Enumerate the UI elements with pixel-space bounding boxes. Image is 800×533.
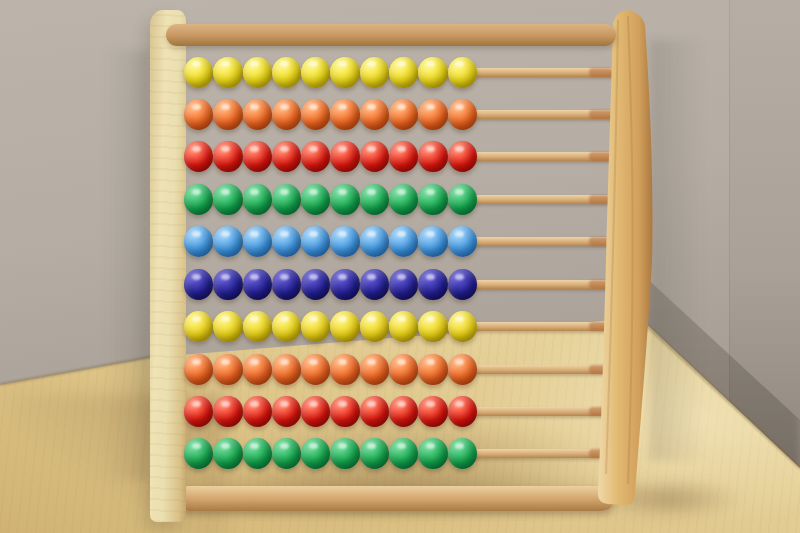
bead-highlight — [221, 443, 230, 449]
bead-red-r9-c6[interactable] — [330, 396, 359, 427]
bead-row-6 — [184, 269, 477, 300]
bead-orange-r2-c1[interactable] — [184, 99, 213, 130]
bead-highlight — [192, 61, 201, 67]
bead-yellow-r1-c3[interactable] — [243, 57, 272, 88]
bead-green-r4-c8[interactable] — [389, 184, 418, 215]
bead-green-r10-c6[interactable] — [330, 438, 359, 469]
bead-orange-r2-c6[interactable] — [330, 99, 359, 130]
bead-highlight — [455, 231, 464, 237]
bead-highlight — [280, 61, 289, 67]
bead-highlight — [309, 189, 318, 195]
bead-highlight — [250, 401, 259, 407]
bead-highlight — [309, 146, 318, 152]
bead-highlight — [192, 104, 201, 110]
bead-highlight — [221, 231, 230, 237]
bead-red-r3-c7[interactable] — [360, 141, 389, 172]
bead-highlight — [280, 359, 289, 365]
bead-highlight — [309, 61, 318, 67]
bead-yellow-r7-c8[interactable] — [389, 311, 418, 342]
bead-highlight — [338, 104, 347, 110]
bead-highlight — [397, 401, 406, 407]
bead-red-r3-c3[interactable] — [243, 141, 272, 172]
bead-highlight — [338, 61, 347, 67]
bead-highlight — [367, 231, 376, 237]
bead-highlight — [426, 443, 435, 449]
bead-green-r4-c10[interactable] — [448, 184, 477, 215]
bead-highlight — [309, 231, 318, 237]
bead-highlight — [426, 146, 435, 152]
bead-row-8 — [184, 354, 477, 385]
left-post — [150, 10, 186, 522]
bead-navy-r6-c4[interactable] — [272, 269, 301, 300]
bead-orange-r2-c2[interactable] — [213, 99, 242, 130]
bead-highlight — [192, 401, 201, 407]
bead-orange-r8-c7[interactable] — [360, 354, 389, 385]
bead-yellow-r7-c6[interactable] — [330, 311, 359, 342]
bead-highlight — [397, 189, 406, 195]
bead-row-7 — [184, 311, 477, 342]
bead-highlight — [455, 274, 464, 280]
bead-red-r9-c5[interactable] — [301, 396, 330, 427]
bead-yellow-r1-c6[interactable] — [330, 57, 359, 88]
bead-blue-r5-c4[interactable] — [272, 226, 301, 257]
bead-yellow-r7-c2[interactable] — [213, 311, 242, 342]
abacus-frame — [0, 0, 800, 533]
top-crossbar — [166, 24, 616, 46]
bead-highlight — [280, 146, 289, 152]
bead-highlight — [250, 443, 259, 449]
bead-highlight — [338, 359, 347, 365]
bead-green-r10-c9[interactable] — [418, 438, 447, 469]
right-post — [588, 4, 660, 512]
bead-highlight — [250, 231, 259, 237]
bead-highlight — [397, 443, 406, 449]
bead-highlight — [250, 274, 259, 280]
bead-row-4 — [184, 184, 477, 215]
bead-highlight — [367, 359, 376, 365]
bead-highlight — [367, 146, 376, 152]
bead-highlight — [367, 104, 376, 110]
bead-highlight — [397, 359, 406, 365]
bead-highlight — [455, 359, 464, 365]
bead-red-r3-c8[interactable] — [389, 141, 418, 172]
bead-blue-r5-c7[interactable] — [360, 226, 389, 257]
bead-highlight — [367, 401, 376, 407]
bead-highlight — [426, 274, 435, 280]
bead-navy-r6-c3[interactable] — [243, 269, 272, 300]
bead-highlight — [192, 231, 201, 237]
bead-blue-r5-c2[interactable] — [213, 226, 242, 257]
bead-green-r10-c1[interactable] — [184, 438, 213, 469]
bead-highlight — [250, 316, 259, 322]
bead-highlight — [397, 104, 406, 110]
bead-yellow-r1-c5[interactable] — [301, 57, 330, 88]
bead-highlight — [250, 146, 259, 152]
bead-yellow-r1-c2[interactable] — [213, 57, 242, 88]
bead-orange-r8-c9[interactable] — [418, 354, 447, 385]
bead-highlight — [221, 359, 230, 365]
bead-highlight — [426, 316, 435, 322]
bead-highlight — [309, 274, 318, 280]
bead-highlight — [367, 443, 376, 449]
bead-navy-r6-c1[interactable] — [184, 269, 213, 300]
bead-green-r4-c3[interactable] — [243, 184, 272, 215]
bead-green-r10-c7[interactable] — [360, 438, 389, 469]
bead-row-10 — [184, 438, 477, 469]
bead-highlight — [221, 104, 230, 110]
bead-highlight — [397, 316, 406, 322]
scene — [0, 0, 800, 533]
bead-highlight — [221, 189, 230, 195]
bead-highlight — [192, 359, 201, 365]
bead-orange-r8-c2[interactable] — [213, 354, 242, 385]
bead-yellow-r7-c10[interactable] — [448, 311, 477, 342]
bead-navy-r6-c2[interactable] — [213, 269, 242, 300]
bead-highlight — [192, 146, 201, 152]
bead-highlight — [397, 274, 406, 280]
bead-orange-r2-c8[interactable] — [389, 99, 418, 130]
bead-green-r10-c2[interactable] — [213, 438, 242, 469]
bead-highlight — [397, 231, 406, 237]
bead-highlight — [192, 274, 201, 280]
bead-green-r10-c8[interactable] — [389, 438, 418, 469]
bead-yellow-r1-c1[interactable] — [184, 57, 213, 88]
bead-yellow-r7-c7[interactable] — [360, 311, 389, 342]
bead-red-r9-c9[interactable] — [418, 396, 447, 427]
bead-highlight — [397, 146, 406, 152]
bead-red-r9-c8[interactable] — [389, 396, 418, 427]
bead-yellow-r7-c1[interactable] — [184, 311, 213, 342]
bead-red-r9-c4[interactable] — [272, 396, 301, 427]
bead-red-r9-c2[interactable] — [213, 396, 242, 427]
bottom-crossbar — [177, 486, 614, 511]
bead-highlight — [221, 401, 230, 407]
bead-green-r4-c7[interactable] — [360, 184, 389, 215]
bead-orange-r2-c10[interactable] — [448, 99, 477, 130]
bead-orange-r8-c10[interactable] — [448, 354, 477, 385]
bead-highlight — [192, 189, 201, 195]
bead-red-r3-c4[interactable] — [272, 141, 301, 172]
bead-blue-r5-c3[interactable] — [243, 226, 272, 257]
bead-yellow-r1-c7[interactable] — [360, 57, 389, 88]
bead-highlight — [455, 316, 464, 322]
bead-red-r3-c10[interactable] — [448, 141, 477, 172]
bead-orange-r8-c5[interactable] — [301, 354, 330, 385]
bead-row-2 — [184, 99, 477, 130]
bead-blue-r5-c9[interactable] — [418, 226, 447, 257]
bead-red-r9-c7[interactable] — [360, 396, 389, 427]
bead-yellow-r7-c9[interactable] — [418, 311, 447, 342]
bead-highlight — [309, 359, 318, 365]
bead-orange-r2-c5[interactable] — [301, 99, 330, 130]
bead-green-r10-c4[interactable] — [272, 438, 301, 469]
bead-green-r10-c3[interactable] — [243, 438, 272, 469]
bead-orange-r8-c8[interactable] — [389, 354, 418, 385]
bead-highlight — [250, 104, 259, 110]
bead-yellow-r7-c3[interactable] — [243, 311, 272, 342]
bead-green-r4-c9[interactable] — [418, 184, 447, 215]
bead-highlight — [367, 61, 376, 67]
bead-row-1 — [184, 57, 477, 88]
bead-red-r3-c6[interactable] — [330, 141, 359, 172]
bead-highlight — [426, 189, 435, 195]
bead-highlight — [426, 231, 435, 237]
bead-yellow-r7-c5[interactable] — [301, 311, 330, 342]
bead-navy-r6-c5[interactable] — [301, 269, 330, 300]
bead-highlight — [221, 61, 230, 67]
bead-highlight — [280, 231, 289, 237]
bead-red-r3-c9[interactable] — [418, 141, 447, 172]
bead-row-3 — [184, 141, 477, 172]
bead-row-5 — [184, 226, 477, 257]
bead-blue-r5-c5[interactable] — [301, 226, 330, 257]
bead-highlight — [192, 316, 201, 322]
bead-red-r3-c5[interactable] — [301, 141, 330, 172]
bead-highlight — [338, 274, 347, 280]
bead-highlight — [338, 231, 347, 237]
bead-green-r10-c10[interactable] — [448, 438, 477, 469]
abacus-rods-and-beads — [0, 0, 800, 533]
bead-highlight — [367, 274, 376, 280]
bead-green-r4-c4[interactable] — [272, 184, 301, 215]
bead-highlight — [221, 274, 230, 280]
bead-highlight — [280, 104, 289, 110]
bead-yellow-r1-c4[interactable] — [272, 57, 301, 88]
bead-highlight — [280, 443, 289, 449]
bead-orange-r8-c3[interactable] — [243, 354, 272, 385]
bead-yellow-r1-c9[interactable] — [418, 57, 447, 88]
bead-highlight — [426, 359, 435, 365]
bead-orange-r8-c4[interactable] — [272, 354, 301, 385]
bead-highlight — [455, 104, 464, 110]
bead-row-9 — [184, 396, 477, 427]
bead-green-r10-c5[interactable] — [301, 438, 330, 469]
bead-highlight — [367, 189, 376, 195]
bead-highlight — [221, 146, 230, 152]
bead-orange-r2-c7[interactable] — [360, 99, 389, 130]
bead-highlight — [221, 316, 230, 322]
bead-highlight — [338, 146, 347, 152]
bead-blue-r5-c8[interactable] — [389, 226, 418, 257]
bead-red-r9-c1[interactable] — [184, 396, 213, 427]
bead-highlight — [250, 359, 259, 365]
bead-red-r9-c10[interactable] — [448, 396, 477, 427]
bead-navy-r6-c6[interactable] — [330, 269, 359, 300]
bead-green-r4-c5[interactable] — [301, 184, 330, 215]
bead-highlight — [250, 61, 259, 67]
bead-orange-r8-c6[interactable] — [330, 354, 359, 385]
bead-green-r4-c2[interactable] — [213, 184, 242, 215]
bead-green-r4-c6[interactable] — [330, 184, 359, 215]
bead-yellow-r1-c10[interactable] — [448, 57, 477, 88]
bead-highlight — [426, 61, 435, 67]
bead-orange-r8-c1[interactable] — [184, 354, 213, 385]
bead-orange-r2-c4[interactable] — [272, 99, 301, 130]
bead-red-r3-c1[interactable] — [184, 141, 213, 172]
bead-yellow-r1-c8[interactable] — [389, 57, 418, 88]
bead-highlight — [250, 189, 259, 195]
bead-blue-r5-c6[interactable] — [330, 226, 359, 257]
bead-red-r3-c2[interactable] — [213, 141, 242, 172]
bead-highlight — [426, 104, 435, 110]
bead-highlight — [309, 401, 318, 407]
bead-highlight — [338, 401, 347, 407]
bead-highlight — [367, 316, 376, 322]
bead-yellow-r7-c4[interactable] — [272, 311, 301, 342]
bead-red-r9-c3[interactable] — [243, 396, 272, 427]
bead-blue-r5-c10[interactable] — [448, 226, 477, 257]
bead-green-r4-c1[interactable] — [184, 184, 213, 215]
bead-highlight — [192, 443, 201, 449]
bead-orange-r2-c9[interactable] — [418, 99, 447, 130]
bead-highlight — [280, 189, 289, 195]
bead-navy-r6-c8[interactable] — [389, 269, 418, 300]
bead-navy-r6-c9[interactable] — [418, 269, 447, 300]
bead-navy-r6-c7[interactable] — [360, 269, 389, 300]
bead-highlight — [455, 189, 464, 195]
bead-highlight — [455, 146, 464, 152]
bead-highlight — [455, 443, 464, 449]
bead-orange-r2-c3[interactable] — [243, 99, 272, 130]
bead-highlight — [280, 401, 289, 407]
right-post-shape — [598, 10, 653, 505]
bead-highlight — [280, 316, 289, 322]
bead-highlight — [280, 274, 289, 280]
bead-highlight — [338, 316, 347, 322]
bead-navy-r6-c10[interactable] — [448, 269, 477, 300]
bead-highlight — [397, 61, 406, 67]
bead-highlight — [338, 443, 347, 449]
bead-highlight — [426, 401, 435, 407]
bead-highlight — [455, 61, 464, 67]
bead-highlight — [309, 443, 318, 449]
bead-highlight — [309, 104, 318, 110]
bead-blue-r5-c1[interactable] — [184, 226, 213, 257]
bead-highlight — [455, 401, 464, 407]
bead-highlight — [338, 189, 347, 195]
bead-highlight — [309, 316, 318, 322]
